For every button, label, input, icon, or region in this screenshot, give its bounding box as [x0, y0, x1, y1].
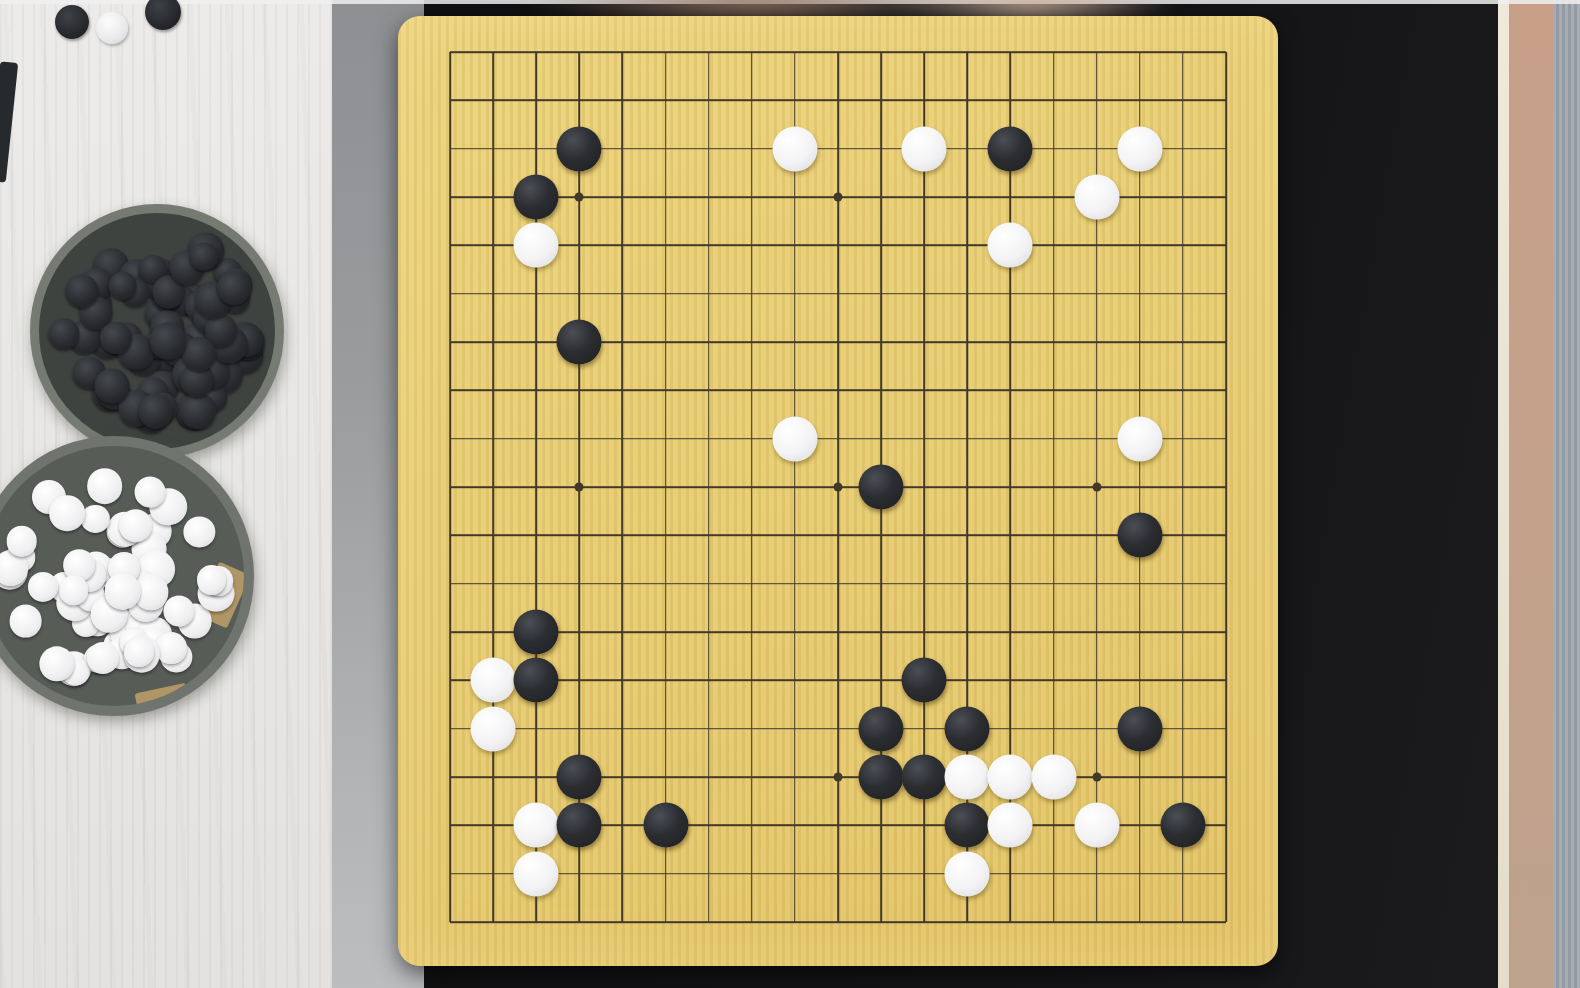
black-bowl-stone: [190, 242, 219, 271]
black-stone: [902, 755, 947, 800]
grid-line: [450, 680, 1226, 682]
wall-strip-cream: [1498, 0, 1509, 988]
black-stone: [557, 319, 602, 364]
wall-strip-gray: [1553, 0, 1580, 988]
black-bowl-stone: [150, 322, 187, 359]
black-stone: [557, 126, 602, 171]
black-stone: [859, 755, 904, 800]
white-bowl-stone: [6, 526, 37, 557]
star-point: [834, 483, 843, 492]
white-stone: [945, 755, 990, 800]
go-board: [398, 16, 1278, 966]
black-table-stone: [55, 5, 89, 39]
black-bowl-stone: [100, 322, 132, 354]
white-bowl-stone: [104, 573, 141, 610]
grid-line: [1139, 52, 1141, 922]
white-table-stone: [96, 12, 128, 44]
white-stone: [1074, 803, 1119, 848]
white-stone: [1031, 755, 1076, 800]
black-bowl-stone: [138, 394, 173, 429]
white-bowl-stone: [28, 572, 58, 602]
white-stone: [902, 126, 947, 171]
star-point: [834, 192, 843, 201]
black-stone: [945, 706, 990, 751]
black-stone: [859, 706, 904, 751]
black-bowl-stone: [181, 393, 217, 429]
white-bowl-stone: [87, 468, 123, 504]
black-bowl-stone: [108, 271, 137, 300]
black-stone: [988, 126, 1033, 171]
black-bowl-stone: [217, 271, 251, 305]
white-bowl-stone: [197, 565, 227, 595]
white-stone: [988, 223, 1033, 268]
star-point: [834, 773, 843, 782]
grid-line: [450, 728, 1226, 730]
black-stone: [514, 174, 559, 219]
white-stone: [514, 223, 559, 268]
black-stone: [859, 465, 904, 510]
white-bowl-stone: [59, 575, 89, 605]
white-stone: [772, 416, 817, 461]
grid-line: [450, 535, 1226, 537]
white-bowl-stone: [50, 495, 86, 531]
wall-strip-tan: [1509, 0, 1553, 988]
white-bowl-stone: [81, 505, 109, 533]
black-stone: [1160, 803, 1205, 848]
black-bowl-stone: [182, 337, 216, 371]
white-bowl-stone: [135, 476, 166, 507]
white-stone: [988, 803, 1033, 848]
star-point: [1092, 773, 1101, 782]
white-bowl-stone: [156, 632, 188, 664]
black-stone: [1117, 513, 1162, 558]
star-point: [575, 192, 584, 201]
white-stone: [988, 755, 1033, 800]
grid-line: [1225, 52, 1227, 922]
black-stone: [557, 755, 602, 800]
grid-line: [1182, 52, 1184, 922]
star-point: [575, 483, 584, 492]
grid-line: [450, 631, 1226, 633]
scene: [0, 0, 1580, 988]
white-bowl-stone: [87, 642, 119, 674]
white-stone: [1074, 174, 1119, 219]
grid-line: [450, 921, 1226, 923]
white-stone: [471, 706, 516, 751]
black-stone: [902, 658, 947, 703]
black-stone: [557, 803, 602, 848]
white-bowl-stone: [119, 509, 153, 543]
white-stone: [945, 851, 990, 896]
black-stone: [1117, 706, 1162, 751]
black-stone-bowl: [30, 204, 284, 458]
white-stone: [772, 126, 817, 171]
black-stone: [514, 658, 559, 703]
grid-line: [450, 583, 1226, 585]
star-point: [1092, 483, 1101, 492]
white-stone: [514, 803, 559, 848]
white-bowl-stone: [184, 516, 215, 547]
grid-line: [450, 873, 1226, 875]
black-stone: [643, 803, 688, 848]
white-stone: [471, 658, 516, 703]
black-stone: [514, 609, 559, 654]
white-stone: [1117, 126, 1162, 171]
white-bowl-stone: [9, 605, 42, 638]
white-stone: [514, 851, 559, 896]
white-stone: [1117, 416, 1162, 461]
board-grid: [450, 52, 1226, 922]
white-bowl-stone: [124, 638, 154, 668]
black-stone: [945, 803, 990, 848]
